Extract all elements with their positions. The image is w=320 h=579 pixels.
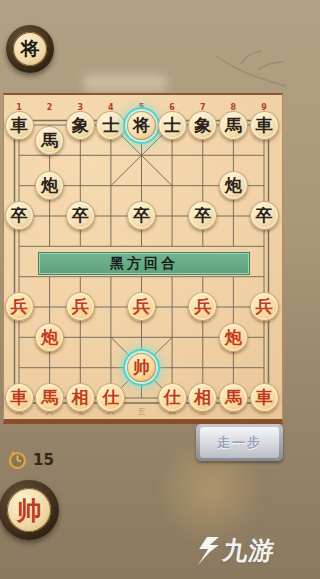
piece-black-馬-f8r0[interactable]: 馬	[219, 111, 248, 140]
piece-red-車-f1r9[interactable]: 車	[5, 383, 34, 412]
file-label-top-2: 2	[47, 104, 53, 112]
red-player-badge: 帅	[0, 480, 59, 540]
piece-red-仕-f6r9[interactable]: 仕	[158, 383, 187, 412]
move-button[interactable]: 走一步	[196, 424, 283, 461]
piece-black-馬-f2r1[interactable]: 馬	[35, 126, 64, 155]
piece-red-炮-f2r7[interactable]: 炮	[35, 323, 64, 352]
turn-banner: 黑方回合	[39, 253, 249, 274]
jiuyou-logo-text: 九游	[221, 534, 278, 567]
piece-black-士-f6r0[interactable]: 士	[158, 111, 187, 140]
piece-black-象-f3r0[interactable]: 象	[66, 111, 95, 140]
move-button-label: 走一步	[200, 427, 279, 458]
black-general-avatar: 将	[13, 32, 47, 66]
jiuyou-logo-icon	[194, 536, 222, 566]
piece-black-車-f1r0[interactable]: 車	[5, 111, 34, 140]
file-label-bottom-5: 五	[138, 408, 146, 416]
piece-black-卒-f9r3[interactable]: 卒	[250, 201, 279, 230]
piece-black-将-f5r0[interactable]: 将	[127, 111, 156, 140]
piece-black-車-f9r0[interactable]: 車	[250, 111, 279, 140]
piece-red-兵-f1r6[interactable]: 兵	[5, 292, 34, 321]
timer: 15	[7, 449, 54, 470]
red-general-avatar: 帅	[7, 488, 51, 532]
jiuyou-watermark: 九游	[194, 534, 278, 567]
black-player-badge: 将	[6, 25, 54, 73]
piece-red-帅-f5r8[interactable]: 帅	[127, 353, 156, 382]
piece-black-卒-f1r3[interactable]: 卒	[5, 201, 34, 230]
piece-black-象-f7r0[interactable]: 象	[188, 111, 217, 140]
xiangqi-board[interactable]: 123456789 九八七六五四三二一 車象士将士象馬車馬炮炮卒卒卒卒卒兵兵兵兵…	[3, 93, 283, 424]
piece-red-兵-f9r6[interactable]: 兵	[250, 292, 279, 321]
piece-black-炮-f8r2[interactable]: 炮	[219, 171, 248, 200]
piece-black-士-f4r0[interactable]: 士	[96, 111, 125, 140]
piece-red-車-f9r9[interactable]: 車	[250, 383, 279, 412]
piece-red-炮-f8r7[interactable]: 炮	[219, 323, 248, 352]
clock-icon	[7, 449, 28, 470]
branch-decoration	[196, 48, 286, 93]
timer-value: 15	[33, 451, 54, 469]
background-mist	[82, 74, 168, 92]
